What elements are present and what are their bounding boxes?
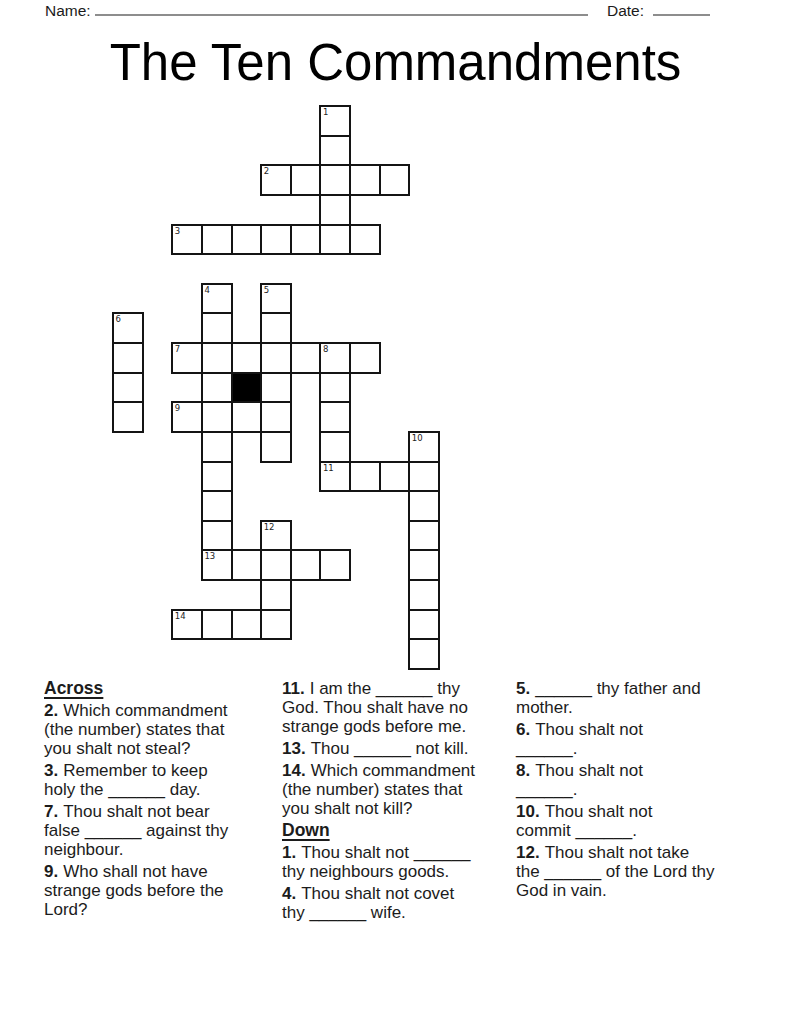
cell-r8c7[interactable]: 8 <box>319 342 351 374</box>
clue-across-13: 13.Thou ______ not kill. <box>282 739 514 758</box>
clue-text: Thou shalt not ______. <box>516 761 643 799</box>
across-heading: Across <box>44 679 278 698</box>
cell-r16c5[interactable] <box>260 579 292 611</box>
cell-r14c10[interactable] <box>408 520 440 552</box>
clue-number: 14. <box>282 761 306 780</box>
cell-r4c3[interactable] <box>201 224 233 256</box>
cell-number-1: 1 <box>323 107 328 117</box>
clue-number: 1. <box>282 843 296 862</box>
cell-r18c10[interactable] <box>408 638 440 670</box>
cell-number-10: 10 <box>412 433 423 443</box>
worksheet-page: Name: Date: The Ten Commandments 1234567… <box>0 0 791 1024</box>
cell-r2c7[interactable] <box>319 164 351 196</box>
cell-r12c3[interactable] <box>201 461 233 493</box>
cell-r6c5[interactable]: 5 <box>260 283 292 315</box>
cell-number-12: 12 <box>264 522 275 532</box>
clue-text: Thou shalt not ______. <box>516 720 643 758</box>
cell-number-6: 6 <box>116 314 121 324</box>
cell-r3c7[interactable] <box>319 194 351 226</box>
cell-r9c3[interactable] <box>201 372 233 404</box>
cell-r8c3[interactable] <box>201 342 233 374</box>
clue-number: 6. <box>516 720 530 739</box>
clue-across-9: 9.Who shall not have strange gods before… <box>44 862 278 919</box>
cell-r12c10[interactable] <box>408 461 440 493</box>
cell-number-5: 5 <box>264 285 269 295</box>
clue-across-14: 14.Which commandment (the number) states… <box>282 761 514 818</box>
cell-r6c3[interactable]: 4 <box>201 283 233 315</box>
clue-down-5: 5.______ thy father and mother. <box>516 679 760 717</box>
black-cell <box>231 372 263 404</box>
cell-r15c4[interactable] <box>231 549 263 581</box>
cell-r9c0[interactable] <box>112 372 144 404</box>
cell-r11c5[interactable] <box>260 431 292 463</box>
clue-number: 9. <box>44 862 58 881</box>
clue-number: 7. <box>44 802 58 821</box>
cell-r8c2[interactable]: 7 <box>171 342 203 374</box>
cell-r17c4[interactable] <box>231 609 263 641</box>
down-heading: Down <box>282 821 514 840</box>
clue-down-6: 6.Thou shalt not ______. <box>516 720 760 758</box>
cell-r4c6[interactable] <box>290 224 322 256</box>
date-input-line[interactable] <box>653 1 710 16</box>
cell-r4c2[interactable]: 3 <box>171 224 203 256</box>
cell-r17c10[interactable] <box>408 609 440 641</box>
cell-r10c0[interactable] <box>112 401 144 433</box>
clue-text: Thou shalt not bear false ______ against… <box>44 802 228 859</box>
cell-r15c6[interactable] <box>290 549 322 581</box>
cell-r10c3[interactable] <box>201 401 233 433</box>
cell-number-9: 9 <box>175 403 180 413</box>
cell-r15c3[interactable]: 13 <box>201 549 233 581</box>
clue-number: 13. <box>282 739 306 758</box>
clue-text: I am the ______ thy God. Thou shalt have… <box>282 679 468 736</box>
clue-number: 4. <box>282 884 296 903</box>
cell-r13c10[interactable] <box>408 490 440 522</box>
cell-r8c4[interactable] <box>231 342 263 374</box>
cell-number-3: 3 <box>175 226 180 236</box>
cell-number-7: 7 <box>175 344 180 354</box>
cell-r4c7[interactable] <box>319 224 351 256</box>
cell-r7c3[interactable] <box>201 312 233 344</box>
cell-r7c5[interactable] <box>260 312 292 344</box>
clue-number: 10. <box>516 802 540 821</box>
cell-r11c10[interactable]: 10 <box>408 431 440 463</box>
clue-number: 12. <box>516 843 540 862</box>
cell-r11c7[interactable] <box>319 431 351 463</box>
cell-r15c10[interactable] <box>408 549 440 581</box>
cell-r16c10[interactable] <box>408 579 440 611</box>
clue-text: Thou shalt not covet thy ______ wife. <box>282 884 454 922</box>
cell-r2c5[interactable]: 2 <box>260 164 292 196</box>
name-input-line[interactable] <box>95 1 588 16</box>
clue-across-2: 2.Which commandment (the number) states … <box>44 701 278 758</box>
clue-across-7: 7.Thou shalt not bear false ______ again… <box>44 802 278 859</box>
clue-text: Which commandment (the number) states th… <box>282 761 475 818</box>
cell-r15c5[interactable] <box>260 549 292 581</box>
cell-r14c3[interactable] <box>201 520 233 552</box>
cell-r13c3[interactable] <box>201 490 233 522</box>
clue-text: Who shall not have strange gods before t… <box>44 862 224 919</box>
clue-across-11: 11.I am the ______ thy God. Thou shalt h… <box>282 679 514 736</box>
cell-number-11: 11 <box>323 463 334 473</box>
clue-number: 3. <box>44 761 58 780</box>
clue-down-1: 1.Thou shalt not ______ thy neighbours g… <box>282 843 514 881</box>
cell-r10c2[interactable]: 9 <box>171 401 203 433</box>
cell-r2c8[interactable] <box>349 164 381 196</box>
cell-r12c8[interactable] <box>349 461 381 493</box>
cell-r8c5[interactable] <box>260 342 292 374</box>
clue-down-4: 4.Thou shalt not covet thy ______ wife. <box>282 884 514 922</box>
clue-number: 5. <box>516 679 530 698</box>
cell-r10c5[interactable] <box>260 401 292 433</box>
clues-column-1: Across2.Which commandment (the number) s… <box>44 679 278 922</box>
cell-r4c5[interactable] <box>260 224 292 256</box>
date-label: Date: <box>607 2 644 20</box>
cell-r17c3[interactable] <box>201 609 233 641</box>
clue-down-10: 10.Thou shalt not commit ______. <box>516 802 760 840</box>
cell-r1c7[interactable] <box>319 135 351 167</box>
clue-across-3: 3.Remember to keep holy the ______ day. <box>44 761 278 799</box>
cell-r17c5[interactable] <box>260 609 292 641</box>
cell-r17c2[interactable]: 14 <box>171 609 203 641</box>
cell-number-2: 2 <box>264 166 269 176</box>
clue-text: Remember to keep holy the ______ day. <box>44 761 208 799</box>
cell-r0c7[interactable]: 1 <box>319 105 351 137</box>
clue-down-12: 12.Thou shalt not take the ______ of the… <box>516 843 760 900</box>
cell-r8c0[interactable] <box>112 342 144 374</box>
cell-r11c3[interactable] <box>201 431 233 463</box>
clue-down-8: 8.Thou shalt not ______. <box>516 761 760 799</box>
cell-number-13: 13 <box>204 551 215 561</box>
clue-text: Thou shalt not take the ______ of the Lo… <box>516 843 715 900</box>
clue-text: Thou shalt not ______ thy neighbours goo… <box>282 843 470 881</box>
clues-column-2: 11.I am the ______ thy God. Thou shalt h… <box>282 679 514 925</box>
cell-r4c8[interactable] <box>349 224 381 256</box>
clues-column-3: 5.______ thy father and mother.6.Thou sh… <box>516 679 760 903</box>
cell-number-4: 4 <box>204 285 209 295</box>
crossword-grid: 1234567891011121314 <box>112 105 442 671</box>
clue-text: ______ thy father and mother. <box>516 679 701 717</box>
cell-r2c6[interactable] <box>290 164 322 196</box>
cell-r7c0[interactable]: 6 <box>112 312 144 344</box>
cell-r9c7[interactable] <box>319 372 351 404</box>
page-title: The Ten Commandments <box>0 33 791 92</box>
cell-r10c7[interactable] <box>319 401 351 433</box>
clue-number: 2. <box>44 701 58 720</box>
clue-text: Which commandment (the number) states th… <box>44 701 228 758</box>
cell-r10c4[interactable] <box>231 401 263 433</box>
cell-number-8: 8 <box>323 344 328 354</box>
clue-number: 11. <box>282 679 305 698</box>
cell-r12c9[interactable] <box>379 461 411 493</box>
cell-r8c8[interactable] <box>349 342 381 374</box>
cell-r4c4[interactable] <box>231 224 263 256</box>
cell-r14c5[interactable]: 12 <box>260 520 292 552</box>
cell-r9c5[interactable] <box>260 372 292 404</box>
name-label: Name: <box>45 2 91 20</box>
clue-text: Thou ______ not kill. <box>311 739 469 758</box>
cell-r15c7[interactable] <box>319 549 351 581</box>
clue-number: 8. <box>516 761 530 780</box>
cell-number-14: 14 <box>175 611 186 621</box>
cell-r8c6[interactable] <box>290 342 322 374</box>
cell-r12c7[interactable]: 11 <box>319 461 351 493</box>
cell-r2c9[interactable] <box>379 164 411 196</box>
